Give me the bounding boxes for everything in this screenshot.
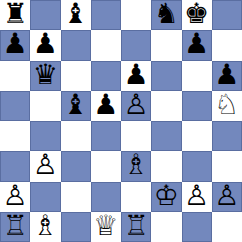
square-f8[interactable]: ♞ (151, 0, 181, 30)
square-e3[interactable]: ♗ (121, 151, 151, 181)
chess-board: ♜♝♞♚♟♟♟♛♟♟♝♟♙♘♙♗♙♔♙♙♖♗♕♖ (0, 0, 242, 242)
piece-white-bishop[interactable]: ♗ (124, 151, 149, 179)
square-b5[interactable] (30, 91, 60, 121)
piece-black-queen[interactable]: ♛ (33, 61, 58, 89)
square-b3[interactable]: ♙ (30, 151, 60, 181)
square-e6[interactable]: ♟ (121, 61, 151, 91)
piece-white-rook[interactable]: ♖ (3, 212, 28, 240)
square-h4[interactable] (212, 121, 242, 151)
square-b4[interactable] (30, 121, 60, 151)
square-h7[interactable] (212, 30, 242, 60)
square-d4[interactable] (91, 121, 121, 151)
square-d5[interactable]: ♟ (91, 91, 121, 121)
piece-white-rook[interactable]: ♖ (124, 212, 149, 240)
square-c4[interactable] (61, 121, 91, 151)
square-c8[interactable]: ♝ (61, 0, 91, 30)
square-c6[interactable] (61, 61, 91, 91)
square-e4[interactable] (121, 121, 151, 151)
square-h2[interactable]: ♙ (212, 182, 242, 212)
square-d2[interactable] (91, 182, 121, 212)
square-a3[interactable] (0, 151, 30, 181)
square-a7[interactable]: ♟ (0, 30, 30, 60)
square-e1[interactable]: ♖ (121, 212, 151, 242)
square-g7[interactable]: ♟ (182, 30, 212, 60)
piece-white-pawn[interactable]: ♙ (3, 182, 28, 210)
square-e8[interactable] (121, 0, 151, 30)
square-f5[interactable] (151, 91, 181, 121)
square-d8[interactable] (91, 0, 121, 30)
piece-white-bishop[interactable]: ♗ (33, 212, 58, 240)
piece-black-bishop[interactable]: ♝ (63, 91, 88, 119)
piece-black-pawn[interactable]: ♟ (3, 30, 28, 58)
piece-white-king[interactable]: ♔ (154, 182, 179, 210)
square-a2[interactable]: ♙ (0, 182, 30, 212)
square-g4[interactable] (182, 121, 212, 151)
square-h5[interactable]: ♘ (212, 91, 242, 121)
square-h6[interactable]: ♟ (212, 61, 242, 91)
square-g1[interactable] (182, 212, 212, 242)
square-g2[interactable]: ♙ (182, 182, 212, 212)
square-d3[interactable] (91, 151, 121, 181)
piece-white-queen[interactable]: ♕ (93, 212, 118, 240)
square-h1[interactable] (212, 212, 242, 242)
square-h3[interactable] (212, 151, 242, 181)
piece-black-pawn[interactable]: ♟ (214, 61, 239, 89)
piece-white-pawn[interactable]: ♙ (184, 182, 209, 210)
square-f6[interactable] (151, 61, 181, 91)
square-a1[interactable]: ♖ (0, 212, 30, 242)
piece-black-knight[interactable]: ♞ (154, 0, 179, 28)
square-g5[interactable] (182, 91, 212, 121)
piece-black-king[interactable]: ♚ (184, 0, 209, 28)
square-a8[interactable]: ♜ (0, 0, 30, 30)
square-c2[interactable] (61, 182, 91, 212)
square-f4[interactable] (151, 121, 181, 151)
square-a4[interactable] (0, 121, 30, 151)
square-d1[interactable]: ♕ (91, 212, 121, 242)
square-b1[interactable]: ♗ (30, 212, 60, 242)
piece-black-pawn[interactable]: ♟ (184, 30, 209, 58)
square-f2[interactable]: ♔ (151, 182, 181, 212)
piece-white-pawn[interactable]: ♙ (124, 91, 149, 119)
piece-black-rook[interactable]: ♜ (3, 0, 28, 28)
square-c3[interactable] (61, 151, 91, 181)
piece-black-pawn[interactable]: ♟ (124, 61, 149, 89)
square-b7[interactable]: ♟ (30, 30, 60, 60)
square-e5[interactable]: ♙ (121, 91, 151, 121)
square-a5[interactable] (0, 91, 30, 121)
piece-black-pawn[interactable]: ♟ (93, 91, 118, 119)
piece-black-bishop[interactable]: ♝ (63, 0, 88, 28)
square-g3[interactable] (182, 151, 212, 181)
square-f3[interactable] (151, 151, 181, 181)
piece-white-pawn[interactable]: ♙ (33, 151, 58, 179)
square-f7[interactable] (151, 30, 181, 60)
piece-black-pawn[interactable]: ♟ (33, 30, 58, 58)
square-d7[interactable] (91, 30, 121, 60)
square-b8[interactable] (30, 0, 60, 30)
square-h8[interactable] (212, 0, 242, 30)
square-g8[interactable]: ♚ (182, 0, 212, 30)
square-b2[interactable] (30, 182, 60, 212)
square-e2[interactable] (121, 182, 151, 212)
square-c7[interactable] (61, 30, 91, 60)
square-e7[interactable] (121, 30, 151, 60)
piece-white-pawn[interactable]: ♙ (214, 182, 239, 210)
square-f1[interactable] (151, 212, 181, 242)
square-b6[interactable]: ♛ (30, 61, 60, 91)
square-a6[interactable] (0, 61, 30, 91)
square-g6[interactable] (182, 61, 212, 91)
square-d6[interactable] (91, 61, 121, 91)
square-c5[interactable]: ♝ (61, 91, 91, 121)
piece-white-knight[interactable]: ♘ (214, 91, 239, 119)
square-c1[interactable] (61, 212, 91, 242)
